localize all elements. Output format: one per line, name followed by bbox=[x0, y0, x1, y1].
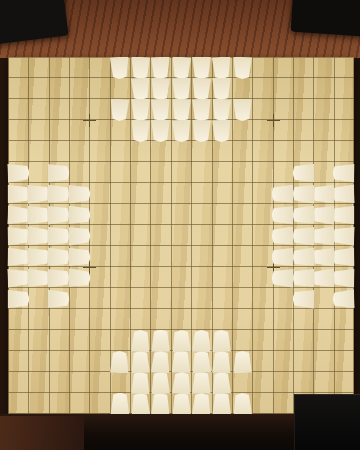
piece-kanji-label: 香象 bbox=[156, 371, 165, 372]
piece-kanji-label: 正兵 bbox=[156, 351, 165, 352]
shogi-piece-south[interactable]: 正兵 bbox=[151, 330, 170, 352]
piece-kanji-label: 臥曹 bbox=[48, 231, 49, 240]
piece-kanji-label: 角行 bbox=[27, 252, 28, 261]
piece-kanji-label: 飛車 bbox=[333, 252, 334, 261]
table-shadow-right bbox=[354, 58, 360, 418]
piece-kanji-label: 散卒 bbox=[313, 168, 314, 177]
table-shadow-left bbox=[0, 58, 8, 418]
piece-kanji-label: 角行 bbox=[197, 393, 206, 394]
piece-kanji-label: 香象 bbox=[313, 251, 314, 260]
piece-kanji-label: 香象 bbox=[48, 251, 49, 260]
piece-kanji-label: 散卒 bbox=[48, 294, 49, 303]
piece-kanji-label: 飛車 bbox=[28, 210, 29, 219]
piece-kanji-label: 鉤梯 bbox=[333, 231, 334, 240]
shogi-piece-north[interactable]: 正兵 bbox=[151, 120, 170, 142]
shogi-piece-north[interactable]: 臥虎 bbox=[192, 57, 211, 79]
piece-kanji-label: 散卒 bbox=[238, 371, 247, 372]
table-wood-bottom-left bbox=[0, 416, 84, 450]
piece-kanji-label: 飛車 bbox=[156, 392, 165, 393]
piece-box bbox=[294, 394, 360, 450]
piece-kanji-label: 石壘 bbox=[27, 273, 28, 282]
shogi-piece-north[interactable]: 桂馬 bbox=[131, 99, 150, 121]
piece-kanji-label: 石壘 bbox=[217, 392, 226, 393]
dark-object-top-right bbox=[291, 0, 360, 37]
shogi-piece-south[interactable]: 臥曹 bbox=[172, 351, 191, 373]
piece-kanji-label: 桂馬 bbox=[48, 189, 49, 198]
piece-kanji-label: 散卒 bbox=[48, 168, 49, 177]
shogi-piece-north[interactable]: 弩弓 bbox=[212, 78, 231, 100]
shogi-piece-south[interactable]: 盲熊 bbox=[212, 393, 231, 415]
piece-kanji-label: 桂馬 bbox=[313, 273, 314, 282]
piece-kanji-label: 弩弓 bbox=[135, 392, 144, 393]
shogi-piece-north[interactable]: 臥虎 bbox=[151, 56, 170, 78]
photo-scene: 散卒盲熊臥虎王将臥虎盲熊散卒弩弓飛車鉤梯角行石壘散卒桂馬香象臥曹香象桂馬散卒正兵… bbox=[0, 0, 360, 450]
piece-kanji-label: 散卒 bbox=[115, 371, 124, 372]
piece-kanji-label: 桂馬 bbox=[313, 189, 314, 198]
piece-kanji-label: 正兵 bbox=[196, 350, 205, 351]
shogi-piece-north[interactable]: 正兵 bbox=[212, 119, 231, 141]
piece-kanji-label: 香象 bbox=[48, 210, 49, 219]
piece-kanji-label: 桂馬 bbox=[136, 371, 145, 372]
piece-kanji-label: 散卒 bbox=[313, 294, 314, 303]
shogi-piece-south[interactable]: 角行 bbox=[192, 372, 211, 394]
piece-kanji-label: 桂馬 bbox=[217, 371, 226, 372]
piece-kanji-label: 鉤梯 bbox=[176, 392, 185, 393]
piece-kanji-label: 正兵 bbox=[217, 350, 226, 351]
shogi-piece-north[interactable]: 正兵 bbox=[192, 119, 211, 141]
piece-kanji-label: 香象 bbox=[313, 210, 314, 219]
game-board[interactable]: 散卒盲熊臥虎王将臥虎盲熊散卒弩弓飛車鉤梯角行石壘散卒桂馬香象臥曹香象桂馬散卒正兵… bbox=[8, 57, 354, 414]
piece-kanji-label: 香象 bbox=[197, 371, 206, 372]
shogi-piece-south[interactable]: 散卒 bbox=[110, 393, 129, 415]
position-marker bbox=[267, 114, 280, 127]
piece-kanji-label: 正兵 bbox=[177, 350, 186, 351]
piece-kanji-label: 臥曹 bbox=[313, 231, 314, 240]
position-marker bbox=[83, 114, 96, 127]
piece-kanji-label: 桂馬 bbox=[48, 273, 49, 282]
piece-kanji-label: 臥曹 bbox=[176, 372, 185, 373]
piece-kanji-label: 石壘 bbox=[333, 189, 334, 198]
piece-kanji-label: 正兵 bbox=[135, 350, 144, 351]
